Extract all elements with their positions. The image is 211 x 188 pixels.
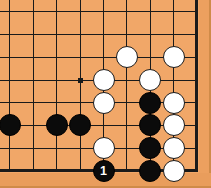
board-intersection bbox=[22, 137, 45, 160]
board-intersection bbox=[45, 114, 68, 137]
board-intersection bbox=[68, 69, 91, 92]
board-intersection bbox=[139, 23, 162, 46]
go-board-diagram: 1 bbox=[0, 0, 211, 188]
black-stone bbox=[139, 114, 161, 136]
board-intersection bbox=[115, 91, 138, 114]
board-intersection bbox=[185, 137, 208, 160]
board-intersection bbox=[162, 46, 185, 69]
board-intersection bbox=[139, 69, 162, 92]
board-intersection bbox=[68, 137, 91, 160]
board-intersection bbox=[92, 137, 115, 160]
board-intersection bbox=[92, 91, 115, 114]
board-intersection bbox=[22, 91, 45, 114]
move-number-label: 1 bbox=[100, 165, 107, 178]
white-stone bbox=[93, 69, 115, 91]
board-intersection bbox=[139, 137, 162, 160]
numbered-black-stone: 1 bbox=[93, 160, 115, 182]
board-intersection bbox=[0, 91, 22, 114]
board-intersection bbox=[139, 91, 162, 114]
board-intersection bbox=[162, 23, 185, 46]
board-intersection bbox=[162, 1, 185, 24]
board-intersection bbox=[45, 1, 68, 24]
white-stone bbox=[163, 137, 185, 159]
white-stone bbox=[163, 114, 185, 136]
board-intersection bbox=[0, 137, 22, 160]
board-intersection bbox=[185, 23, 208, 46]
board-intersection bbox=[162, 160, 185, 183]
board-intersection bbox=[115, 114, 138, 137]
go-board: 1 bbox=[0, 1, 209, 183]
board-intersection bbox=[45, 91, 68, 114]
white-stone bbox=[139, 69, 161, 91]
board-intersection bbox=[68, 46, 91, 69]
board-intersection bbox=[139, 1, 162, 24]
board-intersection bbox=[139, 46, 162, 69]
board-intersection bbox=[162, 137, 185, 160]
white-stone bbox=[163, 46, 185, 68]
board-intersection bbox=[139, 160, 162, 183]
board-intersection bbox=[0, 23, 22, 46]
board-intersection bbox=[0, 160, 22, 183]
board-intersection bbox=[139, 114, 162, 137]
board-intersection bbox=[162, 69, 185, 92]
white-stone bbox=[163, 160, 185, 182]
black-stone bbox=[139, 137, 161, 159]
board-intersection bbox=[0, 114, 22, 137]
black-stone bbox=[69, 114, 91, 136]
board-intersection bbox=[22, 46, 45, 69]
black-stone bbox=[0, 114, 21, 136]
black-stone bbox=[46, 114, 68, 136]
white-stone bbox=[93, 137, 115, 159]
board-intersection bbox=[92, 23, 115, 46]
board-intersection bbox=[68, 1, 91, 24]
board-intersection bbox=[68, 23, 91, 46]
white-stone bbox=[116, 46, 138, 68]
board-intersection bbox=[92, 46, 115, 69]
board-intersection bbox=[68, 91, 91, 114]
board-intersection bbox=[0, 46, 22, 69]
board-intersection bbox=[22, 160, 45, 183]
black-stone bbox=[139, 160, 161, 182]
board-intersection bbox=[185, 91, 208, 114]
board-intersection: 1 bbox=[92, 160, 115, 183]
board-intersection bbox=[45, 69, 68, 92]
board-intersection bbox=[162, 114, 185, 137]
board-intersection bbox=[185, 114, 208, 137]
board-intersection bbox=[22, 23, 45, 46]
board-intersection bbox=[115, 69, 138, 92]
board-intersection bbox=[0, 1, 22, 24]
board-intersection bbox=[185, 46, 208, 69]
board-intersection bbox=[185, 160, 208, 183]
square-marker bbox=[78, 78, 83, 83]
board-intersection bbox=[92, 69, 115, 92]
board-intersection bbox=[45, 46, 68, 69]
board-intersection bbox=[45, 23, 68, 46]
board-intersection bbox=[115, 1, 138, 24]
board-intersection bbox=[185, 1, 208, 24]
board-intersection bbox=[115, 46, 138, 69]
board-intersection bbox=[68, 114, 91, 137]
black-stone bbox=[139, 92, 161, 114]
board-intersection bbox=[92, 1, 115, 24]
board-intersection bbox=[45, 137, 68, 160]
board-intersection bbox=[22, 1, 45, 24]
board-intersection bbox=[185, 69, 208, 92]
white-stone bbox=[163, 92, 185, 114]
board-intersection bbox=[0, 69, 22, 92]
board-intersection bbox=[68, 160, 91, 183]
white-stone bbox=[93, 92, 115, 114]
board-intersection bbox=[92, 114, 115, 137]
board-intersection bbox=[115, 160, 138, 183]
board-intersection bbox=[22, 114, 45, 137]
board-intersection bbox=[22, 69, 45, 92]
board-intersection bbox=[115, 137, 138, 160]
board-intersection bbox=[45, 160, 68, 183]
board-intersection bbox=[162, 91, 185, 114]
board-intersection bbox=[115, 23, 138, 46]
